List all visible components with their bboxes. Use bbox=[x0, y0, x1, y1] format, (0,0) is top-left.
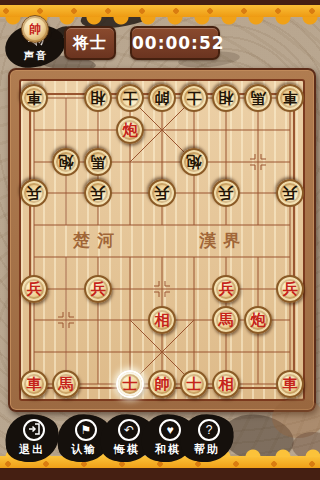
red-馬-piece[interactable]: 馬 bbox=[212, 306, 240, 334]
sound-label: 声音 bbox=[5, 49, 67, 63]
red-帥-piece[interactable]: 帥 bbox=[148, 370, 176, 398]
river-label-right: 漢界 bbox=[199, 229, 247, 252]
board-surface: 楚河 漢界 車相士帥士相馬車炮炮馬炮兵兵兵兵兵兵兵兵兵相馬炮車馬士帥士相車 bbox=[19, 79, 305, 401]
red-兵-piece[interactable]: 兵 bbox=[20, 275, 48, 303]
black-兵-piece[interactable]: 兵 bbox=[276, 179, 304, 207]
river-label-left: 楚河 bbox=[73, 229, 121, 252]
help-question-icon: ? bbox=[198, 419, 220, 441]
red-兵-piece[interactable]: 兵 bbox=[84, 275, 112, 303]
undo-arrow-icon: ↶ bbox=[118, 419, 140, 441]
top-border-strip bbox=[0, 0, 320, 5]
black-相-piece[interactable]: 相 bbox=[212, 84, 240, 112]
black-兵-piece[interactable]: 兵 bbox=[148, 179, 176, 207]
red-炮-piece[interactable]: 炮 bbox=[244, 306, 272, 334]
red-馬-piece[interactable]: 馬 bbox=[52, 370, 80, 398]
bottom-border-strip bbox=[0, 468, 320, 480]
xiangqi-app-screen: 声音 帥 将士 00:00:52 楚河 漢界 車相士帥士相馬車炮炮馬炮兵兵兵兵兵… bbox=[0, 0, 320, 480]
black-炮-piece[interactable]: 炮 bbox=[180, 148, 208, 176]
resign-flag-icon: ⚑ bbox=[75, 419, 97, 441]
black-馬-piece[interactable]: 馬 bbox=[244, 84, 272, 112]
black-相-piece[interactable]: 相 bbox=[84, 84, 112, 112]
board-grid bbox=[21, 81, 303, 399]
black-士-piece[interactable]: 士 bbox=[116, 84, 144, 112]
logo-piece-icon: 帥 bbox=[21, 15, 49, 43]
red-相-piece[interactable]: 相 bbox=[148, 306, 176, 334]
black-炮-piece[interactable]: 炮 bbox=[52, 148, 80, 176]
black-兵-piece[interactable]: 兵 bbox=[20, 179, 48, 207]
top-yellow-ribbon bbox=[0, 4, 320, 17]
toolbar-help-button[interactable]: ?帮助 bbox=[178, 414, 236, 466]
black-車-piece[interactable]: 車 bbox=[276, 84, 304, 112]
toolbar-button-label: 退出 bbox=[3, 442, 61, 457]
toolbar-button-label: 帮助 bbox=[178, 442, 236, 457]
toolbar-exit-button[interactable]: 退出 bbox=[3, 414, 61, 466]
game-timer: 00:00:52 bbox=[130, 26, 220, 60]
black-馬-piece[interactable]: 馬 bbox=[84, 148, 112, 176]
black-士-piece[interactable]: 士 bbox=[180, 84, 208, 112]
red-兵-piece[interactable]: 兵 bbox=[212, 275, 240, 303]
red-車-piece[interactable]: 車 bbox=[20, 370, 48, 398]
red-炮-piece[interactable]: 炮 bbox=[116, 116, 144, 144]
exit-door-icon bbox=[23, 419, 45, 441]
red-士-piece[interactable]: 士 bbox=[116, 370, 144, 398]
xiangqi-board: 楚河 漢界 車相士帥士相馬車炮炮馬炮兵兵兵兵兵兵兵兵兵相馬炮車馬士帥士相車 bbox=[8, 68, 316, 412]
status-box: 将士 bbox=[64, 26, 116, 60]
black-兵-piece[interactable]: 兵 bbox=[84, 179, 112, 207]
red-兵-piece[interactable]: 兵 bbox=[276, 275, 304, 303]
red-相-piece[interactable]: 相 bbox=[212, 370, 240, 398]
black-兵-piece[interactable]: 兵 bbox=[212, 179, 240, 207]
red-車-piece[interactable]: 車 bbox=[276, 370, 304, 398]
red-士-piece[interactable]: 士 bbox=[180, 370, 208, 398]
black-帥-piece[interactable]: 帥 bbox=[148, 84, 176, 112]
black-車-piece[interactable]: 車 bbox=[20, 84, 48, 112]
